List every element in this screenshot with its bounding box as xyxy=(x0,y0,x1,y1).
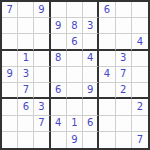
given-digit: 1 xyxy=(71,118,77,128)
given-digit: 4 xyxy=(137,37,143,47)
given-digit: 1 xyxy=(23,53,29,63)
sudoku-cell[interactable]: 9 xyxy=(51,18,67,34)
sudoku-cell[interactable] xyxy=(18,34,34,50)
sudoku-cell[interactable]: 1 xyxy=(18,51,34,67)
sudoku-cell[interactable] xyxy=(116,116,132,132)
given-digit: 7 xyxy=(23,85,29,95)
given-digit: 3 xyxy=(23,69,29,79)
sudoku-cell[interactable] xyxy=(2,83,18,99)
sudoku-cell[interactable]: 6 xyxy=(18,99,34,115)
given-digit: 8 xyxy=(55,53,61,63)
given-digit: 6 xyxy=(23,102,29,112)
sudoku-cell[interactable]: 3 xyxy=(34,99,50,115)
sudoku-cell[interactable] xyxy=(116,132,132,148)
sudoku-cell[interactable] xyxy=(99,132,115,148)
sudoku-cell[interactable] xyxy=(34,67,50,83)
sudoku-cell[interactable] xyxy=(116,99,132,115)
sudoku-cell[interactable]: 6 xyxy=(67,34,83,50)
sudoku-cell[interactable] xyxy=(132,116,148,132)
sudoku-cell[interactable] xyxy=(99,51,115,67)
sudoku-cell[interactable]: 9 xyxy=(83,83,99,99)
sudoku-cell[interactable] xyxy=(18,116,34,132)
sudoku-cell[interactable] xyxy=(132,67,148,83)
given-digit: 2 xyxy=(137,102,143,112)
sudoku-cell[interactable]: 4 xyxy=(132,34,148,50)
sudoku-cell[interactable] xyxy=(2,34,18,50)
sudoku-board: 79698364184393477692632741697 xyxy=(0,0,150,150)
sudoku-cell[interactable] xyxy=(18,2,34,18)
sudoku-cell[interactable] xyxy=(83,67,99,83)
sudoku-cell[interactable] xyxy=(2,116,18,132)
sudoku-cell[interactable] xyxy=(51,34,67,50)
given-digit: 6 xyxy=(87,118,93,128)
sudoku-cell[interactable]: 1 xyxy=(67,116,83,132)
given-digit: 7 xyxy=(120,69,126,79)
sudoku-cell[interactable] xyxy=(34,132,50,148)
given-digit: 3 xyxy=(120,53,126,63)
sudoku-cell[interactable] xyxy=(99,18,115,34)
sudoku-cell[interactable]: 9 xyxy=(2,67,18,83)
sudoku-cell[interactable] xyxy=(51,132,67,148)
sudoku-cell[interactable]: 4 xyxy=(83,51,99,67)
sudoku-cell[interactable] xyxy=(67,51,83,67)
sudoku-cell[interactable] xyxy=(2,132,18,148)
given-digit: 6 xyxy=(55,85,61,95)
sudoku-cell[interactable] xyxy=(83,2,99,18)
sudoku-cell[interactable] xyxy=(132,83,148,99)
sudoku-cell[interactable] xyxy=(2,18,18,34)
sudoku-cell[interactable]: 3 xyxy=(83,18,99,34)
sudoku-cell[interactable] xyxy=(67,99,83,115)
sudoku-cell[interactable]: 7 xyxy=(116,67,132,83)
sudoku-cell[interactable]: 6 xyxy=(51,83,67,99)
sudoku-cell[interactable]: 6 xyxy=(99,2,115,18)
given-digit: 9 xyxy=(6,69,12,79)
sudoku-cell[interactable] xyxy=(132,51,148,67)
sudoku-cell[interactable]: 8 xyxy=(67,18,83,34)
given-digit: 6 xyxy=(104,5,110,15)
given-digit: 2 xyxy=(120,85,126,95)
given-digit: 9 xyxy=(87,85,93,95)
given-digit: 8 xyxy=(71,21,77,31)
given-digit: 7 xyxy=(38,118,44,128)
sudoku-cell[interactable] xyxy=(83,34,99,50)
given-digit: 4 xyxy=(55,118,61,128)
sudoku-cell[interactable]: 4 xyxy=(51,116,67,132)
sudoku-cell[interactable] xyxy=(132,2,148,18)
sudoku-cell[interactable]: 6 xyxy=(83,116,99,132)
sudoku-cell[interactable] xyxy=(83,99,99,115)
sudoku-cell[interactable] xyxy=(99,83,115,99)
given-digit: 7 xyxy=(6,5,12,15)
sudoku-cell[interactable]: 7 xyxy=(34,116,50,132)
sudoku-cell[interactable] xyxy=(132,18,148,34)
sudoku-cell[interactable]: 2 xyxy=(116,83,132,99)
sudoku-cell[interactable]: 3 xyxy=(116,51,132,67)
sudoku-cell[interactable]: 8 xyxy=(51,51,67,67)
given-digit: 9 xyxy=(71,135,77,145)
given-digit: 3 xyxy=(87,21,93,31)
sudoku-cell[interactable] xyxy=(67,2,83,18)
sudoku-cell[interactable] xyxy=(116,2,132,18)
given-digit: 7 xyxy=(137,135,143,145)
sudoku-cell[interactable]: 3 xyxy=(18,67,34,83)
given-digit: 9 xyxy=(55,21,61,31)
sudoku-cell[interactable] xyxy=(99,34,115,50)
sudoku-cell[interactable] xyxy=(116,18,132,34)
sudoku-cell[interactable]: 7 xyxy=(18,83,34,99)
sudoku-cell[interactable] xyxy=(2,51,18,67)
sudoku-cell[interactable] xyxy=(51,2,67,18)
given-digit: 4 xyxy=(104,69,110,79)
sudoku-cell[interactable]: 9 xyxy=(67,132,83,148)
sudoku-cell[interactable]: 7 xyxy=(132,132,148,148)
sudoku-cell[interactable]: 9 xyxy=(34,2,50,18)
sudoku-cell[interactable]: 7 xyxy=(2,2,18,18)
sudoku-cell[interactable] xyxy=(34,18,50,34)
sudoku-cell[interactable]: 4 xyxy=(99,67,115,83)
sudoku-cell[interactable] xyxy=(99,116,115,132)
given-digit: 9 xyxy=(38,5,44,15)
given-digit: 3 xyxy=(38,102,44,112)
sudoku-cell[interactable] xyxy=(99,99,115,115)
sudoku-cell[interactable] xyxy=(67,83,83,99)
sudoku-cell[interactable] xyxy=(34,51,50,67)
sudoku-cell[interactable] xyxy=(34,83,50,99)
sudoku-cell[interactable] xyxy=(18,132,34,148)
sudoku-cell[interactable] xyxy=(51,99,67,115)
sudoku-cell[interactable] xyxy=(51,67,67,83)
sudoku-cell[interactable]: 2 xyxy=(132,99,148,115)
given-digit: 6 xyxy=(71,37,77,47)
sudoku-cell[interactable] xyxy=(67,67,83,83)
sudoku-cell[interactable] xyxy=(34,34,50,50)
given-digit: 4 xyxy=(87,53,93,63)
sudoku-cell[interactable] xyxy=(2,99,18,115)
sudoku-cell[interactable] xyxy=(18,18,34,34)
sudoku-cell[interactable] xyxy=(116,34,132,50)
sudoku-cell[interactable] xyxy=(83,132,99,148)
